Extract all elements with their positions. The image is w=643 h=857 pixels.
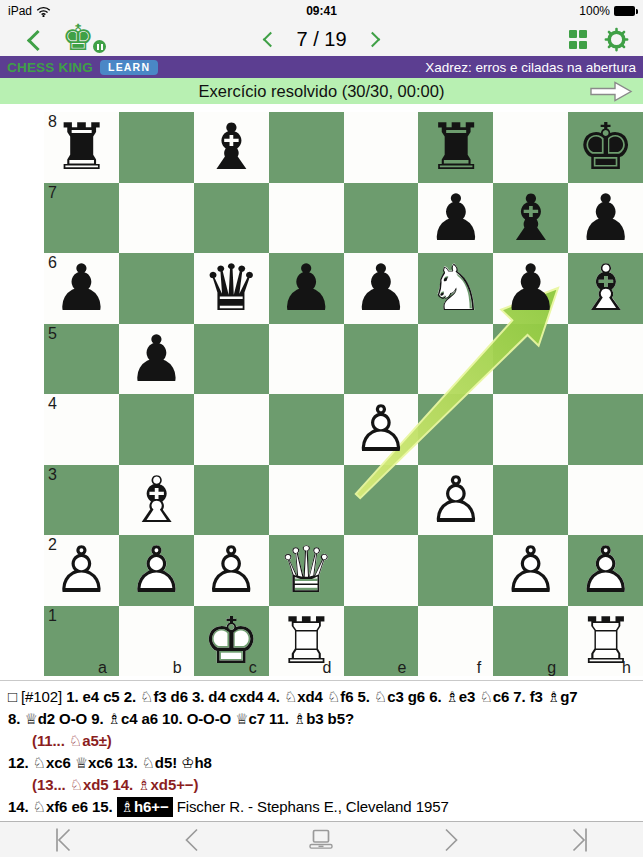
square-f2[interactable] [418,535,493,606]
exercise-pager: 7 / 19 [0,28,643,51]
square-h2[interactable]: ♟♙ [568,535,643,606]
square-c4[interactable] [194,394,269,465]
rank-label-2: 2 [48,535,57,555]
battery-percent: 100% [579,4,610,18]
square-f7[interactable]: ♟ [418,183,493,254]
file-label-f: f [477,659,481,677]
square-h4[interactable] [568,394,643,465]
move-text[interactable]: 12. ♘xc6 ♕xc6 13. ♘d5! ♔h8 [8,754,212,771]
square-g5[interactable] [493,324,568,395]
square-e1[interactable]: e [344,606,419,677]
file-label-c: c [249,659,257,677]
rank-label-8: 8 [48,112,57,132]
square-g2[interactable]: ♟♙ [493,535,568,606]
square-f3[interactable]: ♟♙ [418,465,493,536]
square-g1[interactable]: g [493,606,568,677]
file-label-a: a [98,659,107,677]
notation-panel: □ [#102] 1. e4 c5 2. ♘f3 d6 3. d4 cxd4 4… [0,680,643,818]
notation-line-5: (13... ♘xd5 14. ♗xd5+−) [8,774,635,796]
square-a2[interactable]: 2♟♙ [44,535,119,606]
square-g6[interactable]: ♟ [493,253,568,324]
chess-board: 8♜♝♜♚7♟♝♟6♟♛♟♟♞♘♟♝♗5♟4♟♙3♝♗♟♙2♟♙♟♙♟♙♛♕♟♙… [44,112,643,676]
piece-white-pawn-h2[interactable]: ♟♙ [568,535,643,606]
next-exercise-arrow-button[interactable] [585,80,635,103]
square-e2[interactable] [344,535,419,606]
piece-black-queen-c6[interactable]: ♛ [194,253,269,324]
move-toolbar [0,821,643,857]
piece-white-pawn-b2[interactable]: ♟♙ [119,535,194,606]
square-a8[interactable]: 8♜ [44,112,119,183]
notation-line-3: (11... ♘a5±) [8,730,635,752]
square-b4[interactable] [119,394,194,465]
square-b1[interactable]: b [119,606,194,677]
square-f5[interactable] [418,324,493,395]
square-c5[interactable] [194,324,269,395]
square-f6[interactable]: ♞♘ [418,253,493,324]
notation-line-4: 12. ♘xc6 ♕xc6 13. ♘d5! ♔h8 [8,752,635,774]
square-h1[interactable]: h♜♖ [568,606,643,677]
piece-white-pawn-c2[interactable]: ♟♙ [194,535,269,606]
square-g8[interactable] [493,112,568,183]
rank-label-1: 1 [48,606,57,626]
exercise-status-text: Exercício resolvido (30/30, 00:00) [199,82,445,101]
square-a1[interactable]: 1a [44,606,119,677]
square-h5[interactable] [568,324,643,395]
battery-icon [614,6,635,16]
current-move[interactable]: ♗h6+− [117,797,173,817]
piece-black-king-h8[interactable]: ♚ [568,112,643,183]
rank-label-7: 7 [48,183,57,203]
piece-black-pawn-h7[interactable]: ♟ [568,183,643,254]
square-c6[interactable]: ♛ [194,253,269,324]
move-text[interactable]: (11... ♘a5±) [32,732,112,749]
square-d1[interactable]: d♜♖ [269,606,344,677]
square-d7[interactable] [269,183,344,254]
next-exercise-button[interactable] [364,31,380,47]
square-d8[interactable] [269,112,344,183]
square-c2[interactable]: ♟♙ [194,535,269,606]
square-d5[interactable] [269,324,344,395]
square-g7[interactable]: ♝ [493,183,568,254]
square-g4[interactable] [493,394,568,465]
square-c7[interactable] [194,183,269,254]
piece-black-pawn-b5[interactable]: ♟ [119,324,194,395]
square-f4[interactable] [418,394,493,465]
square-a4[interactable]: 4 [44,394,119,465]
notation-line-2: 8. ♕d2 O-O 9. ♗c4 a6 10. O-O-O ♕c7 11. ♗… [8,708,635,730]
piece-white-rook-d1[interactable]: ♜♖ [269,606,344,677]
exercise-counter: 7 / 19 [296,28,346,51]
piece-white-rook-h1[interactable]: ♜♖ [568,606,643,677]
piece-white-pawn-e4[interactable]: ♟♙ [344,394,419,465]
piece-white-pawn-f3[interactable]: ♟♙ [418,465,493,536]
move-text[interactable]: 14. ♘xf6 e6 15. [8,798,117,815]
move-text[interactable]: 1. e4 c5 2. ♘f3 d6 3. d4 cxd4 4. ♘xd4 ♘f… [66,688,577,705]
square-e3[interactable] [344,465,419,536]
piece-white-bishop-h6[interactable]: ♝♗ [568,253,643,324]
square-b8[interactable] [119,112,194,183]
brand-bar: CHESS KING LEARN Xadrez: erros e ciladas… [0,56,643,78]
rank-label-5: 5 [48,324,57,344]
square-b3[interactable]: ♝♗ [119,465,194,536]
square-g3[interactable] [493,465,568,536]
move-text[interactable]: 8. ♕d2 O-O 9. ♗c4 a6 10. O-O-O ♕c7 11. ♗… [8,710,354,727]
piece-black-pawn-e6[interactable]: ♟ [344,253,419,324]
piece-white-queen-d2[interactable]: ♛♕ [269,535,344,606]
settings-gear-button[interactable] [604,27,629,52]
file-label-e: e [397,659,406,677]
piece-white-pawn-g2[interactable]: ♟♙ [493,535,568,606]
piece-black-bishop-g7[interactable]: ♝ [493,183,568,254]
piece-black-pawn-f7[interactable]: ♟ [418,183,493,254]
rank-label-4: 4 [48,394,57,414]
piece-white-knight-f6[interactable]: ♞♘ [418,253,493,324]
prev-move-button[interactable] [129,822,258,857]
square-e7[interactable] [344,183,419,254]
piece-black-rook-f8[interactable]: ♜ [418,112,493,183]
square-e6[interactable]: ♟ [344,253,419,324]
chess-king-wordmark: CHESS KING [7,60,93,75]
square-f1[interactable]: f [418,606,493,677]
nav-bar: ♚ 7 / 19 [0,22,643,56]
square-a6[interactable]: 6♟ [44,253,119,324]
square-a7[interactable]: 7 [44,183,119,254]
square-b6[interactable] [119,253,194,324]
square-h6[interactable]: ♝♗ [568,253,643,324]
square-f8[interactable]: ♜ [418,112,493,183]
square-e4[interactable]: ♟♙ [344,394,419,465]
square-b7[interactable] [119,183,194,254]
square-d4[interactable] [269,394,344,465]
rank-label-6: 6 [48,253,57,273]
learn-badge: LEARN [100,60,158,75]
square-c3[interactable] [194,465,269,536]
app-screen: iPad 09:41 100% ♚ 7 / 19 [0,0,643,857]
board-view-button[interactable] [257,822,386,857]
square-a5[interactable]: 5 [44,324,119,395]
square-b2[interactable]: ♟♙ [119,535,194,606]
square-e8[interactable] [344,112,419,183]
file-label-b: b [173,659,182,677]
board-area: 8♜♝♜♚7♟♝♟6♟♛♟♟♞♘♟♝♗5♟4♟♙3♝♗♟♙2♟♙♟♙♟♙♛♕♟♙… [0,112,643,676]
move-text[interactable]: (13... ♘xd5 14. ♗xd5+−) [32,776,198,793]
next-move-button[interactable] [386,822,515,857]
square-d2[interactable]: ♛♕ [269,535,344,606]
square-c1[interactable]: c♚♔ [194,606,269,677]
piece-black-bishop-c8[interactable]: ♝ [194,112,269,183]
square-b5[interactable]: ♟ [119,324,194,395]
move-text: Fischer R. - Stephans E., Cleveland 1957 [173,798,449,815]
piece-black-pawn-g6[interactable]: ♟ [493,253,568,324]
square-d3[interactable] [269,465,344,536]
status-right: 100% [579,4,635,18]
piece-white-king-c1[interactable]: ♚♔ [194,606,269,677]
piece-white-bishop-b3[interactable]: ♝♗ [119,465,194,536]
notation-line-6: 14. ♘xf6 e6 15. ♗h6+− Fischer R. - Steph… [8,796,635,818]
exercise-status-bar: Exercício resolvido (30/30, 00:00) [0,78,643,104]
file-label-h: h [622,659,631,677]
first-move-button[interactable] [0,822,129,857]
last-move-button[interactable] [514,822,643,857]
square-e5[interactable] [344,324,419,395]
clock: 09:41 [0,4,643,18]
prev-exercise-button[interactable] [263,31,279,47]
square-h3[interactable] [568,465,643,536]
square-d6[interactable]: ♟ [269,253,344,324]
grid-view-button[interactable] [569,30,588,49]
square-c8[interactable]: ♝ [194,112,269,183]
rank-label-3: 3 [48,465,57,485]
file-label-d: d [323,659,332,677]
course-title: Xadrez: erros e ciladas na abertura [425,60,636,75]
square-h8[interactable]: ♚ [568,112,643,183]
move-text: □ [#102] [8,688,66,705]
piece-black-pawn-d6[interactable]: ♟ [269,253,344,324]
notation-line-1: □ [#102] 1. e4 c5 2. ♘f3 d6 3. d4 cxd4 4… [8,686,635,708]
square-h7[interactable]: ♟ [568,183,643,254]
file-label-g: g [547,659,556,677]
square-a3[interactable]: 3 [44,465,119,536]
